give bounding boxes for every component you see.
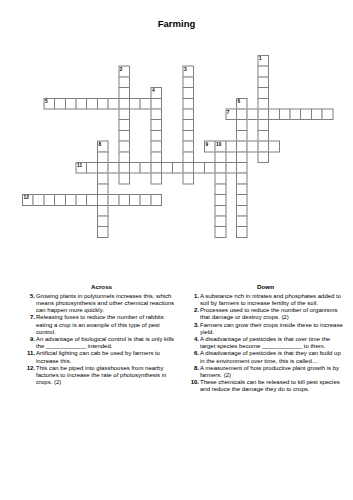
cell-clue-number: 5 [45, 99, 48, 104]
clue-across-12: 12.This can be piped into glasshouses fr… [22, 364, 181, 386]
clue-number: 11. [22, 350, 35, 357]
cell-clue-number: 2 [120, 67, 123, 72]
cell-clue-number: 6 [238, 99, 241, 104]
cell-clue-number: 3 [184, 67, 187, 72]
cell-clue-number: 11 [77, 163, 82, 168]
cell-clue-number: 1 [259, 56, 262, 61]
clue-number: 5. [22, 292, 35, 299]
grid-cell[interactable] [322, 109, 334, 121]
clues-section: Across 5.Growing plants in polytunnels i… [22, 283, 345, 393]
clue-across-7: 7.Releasing foxes to reduce the number o… [22, 314, 181, 336]
grid-cell[interactable] [257, 151, 269, 163]
puzzle-title: Farming [0, 18, 353, 29]
clue-across-5: 5.Growing plants in polytunnels increase… [22, 292, 181, 314]
clue-text: Releasing foxes to reduce the number of … [36, 314, 164, 335]
clue-text: A disadvantage of pesticides is that ove… [200, 335, 330, 349]
clue-text: An advantage of biological control is th… [36, 335, 174, 349]
clue-down-1: 1.A substance rich in nitrates and phosp… [186, 292, 345, 306]
down-clues: Down 1.A substance rich in nitrates and … [186, 283, 345, 393]
clue-text: A substance rich in nitrates and phospha… [200, 292, 341, 306]
grid-cell[interactable] [97, 226, 109, 238]
clue-number: 10. [186, 378, 199, 385]
clue-down-6: 6.A disadvantage of pesticides is that t… [186, 350, 345, 364]
cell-clue-number: 10 [216, 142, 221, 147]
clue-number: 9. [22, 335, 35, 342]
cell-clue-number: 7 [227, 110, 230, 115]
cell-clue-number: 12 [24, 195, 29, 200]
clue-text: A measurement of how productive plant gr… [200, 364, 339, 378]
clue-text: Processes used to reduce the number of o… [200, 306, 337, 320]
clue-number: 12. [22, 364, 35, 371]
clue-text: Artificial lighting can cab be used by f… [36, 350, 160, 364]
grid-cell[interactable] [183, 173, 195, 185]
clue-number: 2. [186, 306, 199, 313]
clue-number: 6. [186, 350, 199, 357]
clue-text: A disadvantage of pesticides is that the… [200, 350, 341, 364]
clue-number: 3. [186, 321, 199, 328]
down-header: Down [186, 283, 345, 290]
clue-down-10: 10.These chemicals can be released to ki… [186, 378, 345, 392]
grid-cell[interactable] [118, 173, 130, 185]
clue-down-8: 8.A measurement of how productive plant … [186, 364, 345, 378]
clue-number: 1. [186, 292, 199, 299]
grid-cell[interactable] [236, 226, 248, 238]
clue-text: Growing plants in polytunnels increases … [36, 292, 174, 313]
grid-cell[interactable] [215, 226, 227, 238]
clue-number: 7. [22, 314, 35, 321]
clue-number: 4. [186, 335, 199, 342]
worksheet-page: Farming 123456789101112 Across 5.Growing… [0, 0, 353, 500]
across-header: Across [22, 283, 181, 290]
clue-text: This can be piped into glasshouses from … [36, 364, 166, 385]
clue-text: Farmers can grow their crops inside thes… [200, 321, 343, 335]
grid-cell[interactable] [150, 194, 162, 206]
grid-cell[interactable] [150, 173, 162, 185]
crossword-grid: 123456789101112 [22, 55, 333, 238]
crossword-worksheet: Farming 123456789101112 Across 5.Growing… [0, 0, 353, 500]
cell-clue-number: 8 [98, 142, 101, 147]
clue-down-2: 2.Processes used to reduce the number of… [186, 306, 345, 320]
clue-across-9: 9.An advantage of biological control is … [22, 335, 181, 349]
clue-down-3: 3.Farmers can grow their crops inside th… [186, 321, 345, 335]
clue-down-4: 4.A disadvantage of pesticides is that o… [186, 335, 345, 349]
grid-cell[interactable] [268, 141, 280, 153]
cell-clue-number: 9 [205, 142, 208, 147]
clue-across-11: 11.Artificial lighting can cab be used b… [22, 350, 181, 364]
clue-number: 8. [186, 364, 199, 371]
clue-text: These chemicals can be released to kill … [200, 378, 340, 392]
cell-clue-number: 4 [152, 88, 155, 93]
across-clues: Across 5.Growing plants in polytunnels i… [22, 283, 181, 393]
